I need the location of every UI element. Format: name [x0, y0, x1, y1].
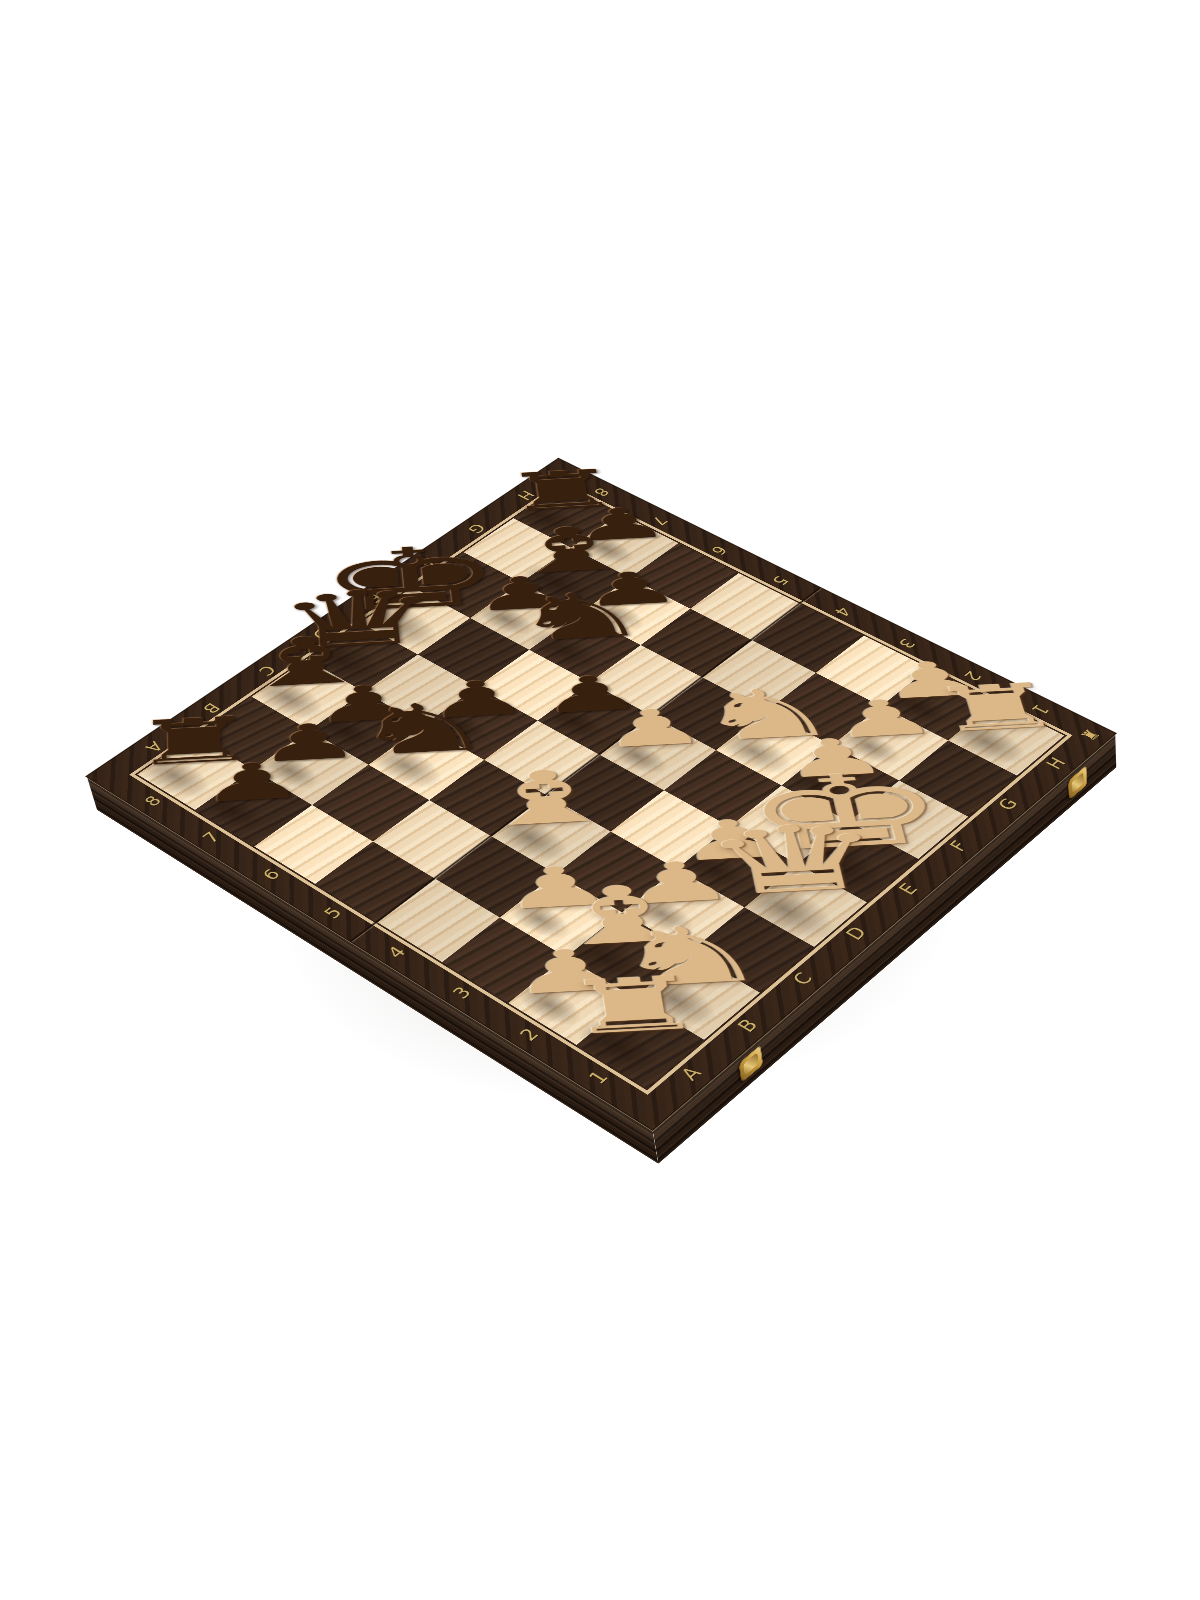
rank-label-bottom-5-text: 5 [319, 903, 347, 922]
square-b2[interactable] [566, 912, 690, 997]
square-a1[interactable] [576, 998, 704, 1088]
square-b1[interactable] [634, 952, 760, 1040]
square-b4[interactable] [435, 837, 556, 918]
shadow-b2 [548, 921, 665, 998]
photo-canvas: 8765432187654321HGFEDCBAHGFEDCBA ♜ ♜♟♝♚♟… [0, 0, 1200, 1600]
board-scene: 8765432187654321HGFEDCBAHGFEDCBA ♜ ♜♟♝♚♟… [177, 380, 1022, 1131]
shadow-d1 [714, 864, 856, 955]
square-c2[interactable] [622, 869, 744, 952]
file-label-right-A-text: A [675, 1063, 707, 1085]
rank-label-top-5-text: 5 [767, 573, 793, 588]
file-label-right-H-text: H [1041, 754, 1071, 772]
rank-label-bottom-3-text: 3 [447, 983, 476, 1003]
square-a5[interactable] [315, 841, 435, 922]
rank-label-top-3-text: 3 [893, 636, 920, 652]
rank-label-bottom-2-text: 2 [514, 1024, 544, 1044]
file-label-right-C-text: C [787, 968, 818, 989]
file-label-right-F-text: F [945, 837, 974, 855]
shadow-d2 [671, 842, 761, 899]
black-knight-icon: ♞ [454, 579, 708, 654]
shadow-c4 [475, 803, 586, 874]
rank-label-top-6-text: 6 [706, 543, 732, 558]
rank-label-bottom-6-text: 6 [258, 865, 286, 883]
shadow-a1 [558, 1007, 678, 1088]
shadow-a2 [503, 974, 596, 1037]
square-b3[interactable] [500, 874, 622, 957]
rank-label-bottom-1-text: 1 [583, 1067, 614, 1088]
square-a6[interactable] [254, 805, 373, 884]
square-d1[interactable] [744, 864, 866, 947]
file-label-right-D-text: D [840, 923, 872, 944]
square-c4[interactable] [492, 795, 611, 874]
rank-label-bottom-7-text: 7 [198, 828, 225, 846]
square-c1[interactable] [690, 907, 814, 992]
square-a4[interactable] [378, 879, 500, 962]
shadow-b1 [616, 961, 735, 1040]
shadow-b3 [494, 890, 584, 949]
square-b5[interactable] [373, 800, 492, 879]
square-a2[interactable] [508, 957, 634, 1045]
file-label-right-E-text: E [893, 880, 923, 899]
file-label-right-B-text: B [732, 1015, 763, 1036]
rank-label-top-4-text: 4 [829, 604, 856, 619]
square-a3[interactable] [442, 917, 566, 1003]
file-label-right-G-text: G [993, 794, 1024, 813]
shadow-c2 [616, 885, 707, 944]
rank-label-bottom-4-text: 4 [382, 942, 411, 961]
